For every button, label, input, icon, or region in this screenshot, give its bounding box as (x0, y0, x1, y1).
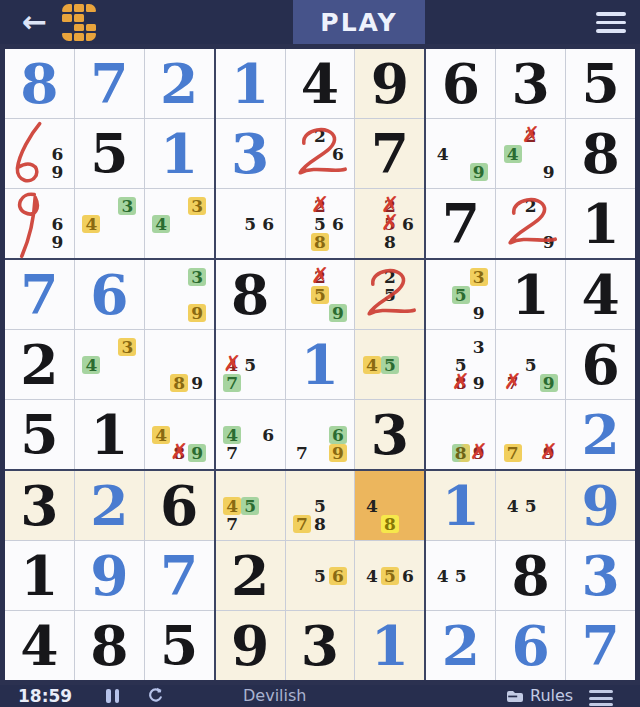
note-9: 9 (188, 374, 206, 392)
cell-r8c7[interactable]: 45 (426, 541, 495, 610)
cell-r1c8[interactable]: 3 (496, 49, 565, 118)
pencil-notes: 249 (504, 127, 558, 181)
cell-r2c6[interactable]: 7 (355, 119, 424, 188)
cell-r5c1[interactable]: 2 (5, 330, 74, 399)
pencil-notes: 89 (152, 338, 206, 392)
note-5-highlighted: 5 (381, 567, 399, 585)
cell-r4c4[interactable]: 8 (216, 260, 285, 329)
back-arrow-icon[interactable]: ← (22, 3, 47, 41)
note-4-highlighted: 4 (82, 215, 100, 233)
note-3-highlighted: 3 (470, 268, 488, 286)
block-9: 14594583267 (426, 471, 635, 680)
user-digit: 7 (581, 618, 619, 673)
cell-r3c5[interactable]: 2568 (286, 189, 355, 258)
note-4-highlighted: 4 (223, 426, 241, 444)
cell-r2c2[interactable]: 5 (75, 119, 144, 188)
cell-r3c8[interactable]: 29 (496, 189, 565, 258)
note-4-highlighted: 4 (152, 215, 170, 233)
cell-r5c5[interactable]: 1 (286, 330, 355, 399)
note-5: 5 (311, 497, 329, 515)
note-9-crossed: 9 (540, 444, 558, 462)
pencil-notes: 467 (223, 408, 277, 462)
cell-r2c9[interactable]: 8 (566, 119, 635, 188)
cell-r7c8[interactable]: 45 (496, 471, 565, 540)
pencil-notes: 3589 (434, 338, 488, 392)
pencil-notes: 579 (504, 338, 558, 392)
cell-r9c7[interactable]: 2 (426, 611, 495, 680)
user-digit: 7 (90, 56, 128, 111)
cell-r5c6[interactable]: 45 (355, 330, 424, 399)
note-9: 9 (470, 304, 488, 322)
pencil-notes: 456 (363, 549, 417, 603)
cell-r8c8[interactable]: 8 (496, 541, 565, 610)
given-digit: 1 (512, 267, 550, 322)
note-5: 5 (381, 286, 399, 304)
note-8-highlighted: 8 (381, 515, 399, 533)
pencil-notes: 49 (434, 127, 488, 181)
block-3: 6354924987291 (426, 49, 635, 258)
note-5-highlighted: 5 (311, 286, 329, 304)
pencil-notes: 26 (293, 127, 347, 181)
note-3-highlighted: 3 (188, 268, 206, 286)
note-9-highlighted: 9 (470, 163, 488, 181)
note-7-highlighted: 7 (504, 444, 522, 462)
cell-r7c4[interactable]: 457 (216, 471, 285, 540)
cell-r4c2[interactable]: 6 (75, 260, 144, 329)
note-8-highlighted: 8 (311, 233, 329, 251)
cell-r5c7[interactable]: 3589 (426, 330, 495, 399)
pencil-notes: 259 (293, 268, 347, 322)
note-2-crossed: 2 (522, 127, 540, 145)
cell-r4c9[interactable]: 4 (566, 260, 635, 329)
note-5: 5 (522, 356, 540, 374)
given-digit: 9 (371, 56, 409, 111)
note-9: 9 (48, 233, 66, 251)
cell-r1c5[interactable]: 4 (286, 49, 355, 118)
given-digit: 9 (231, 618, 269, 673)
given-digit: 4 (20, 618, 58, 673)
given-digit: 7 (371, 126, 409, 181)
user-digit: 9 (90, 548, 128, 603)
given-digit: 5 (20, 407, 58, 462)
note-2: 2 (522, 197, 540, 215)
given-digit: 8 (581, 126, 619, 181)
pencil-notes: 2568 (293, 197, 347, 251)
user-digit: 1 (442, 478, 480, 533)
pencil-notes: 79 (504, 408, 558, 462)
cell-r9c6[interactable]: 1 (355, 611, 424, 680)
tab-play-label: PLAY (320, 8, 397, 37)
note-8-crossed: 8 (170, 444, 188, 462)
pencil-notes: 489 (152, 408, 206, 462)
note-9: 9 (470, 374, 488, 392)
given-digit: 5 (581, 56, 619, 111)
restart-icon[interactable] (146, 687, 164, 705)
given-digit: 3 (301, 618, 339, 673)
timer: 18:59 (18, 686, 72, 706)
cell-r6c4[interactable]: 467 (216, 400, 285, 469)
pencil-notes: 69 (12, 197, 66, 251)
note-3-highlighted: 3 (188, 197, 206, 215)
cell-r3c6[interactable]: 2568 (355, 189, 424, 258)
app-logo-icon[interactable] (62, 4, 96, 41)
note-3-highlighted: 3 (118, 338, 136, 356)
user-digit: 2 (581, 407, 619, 462)
block-4: 76392348951489 (5, 260, 214, 469)
note-8-crossed: 8 (452, 374, 470, 392)
cell-r7c2[interactable]: 2 (75, 471, 144, 540)
cell-r9c5[interactable]: 3 (286, 611, 355, 680)
cell-r4c8[interactable]: 1 (496, 260, 565, 329)
pencil-notes: 25 (363, 268, 417, 322)
cell-r6c9[interactable]: 2 (566, 400, 635, 469)
note-5: 5 (452, 567, 470, 585)
pencil-notes: 457 (223, 479, 277, 533)
cell-r9c8[interactable]: 6 (496, 611, 565, 680)
note-4-highlighted: 4 (152, 426, 170, 444)
cell-r6c6[interactable]: 3 (355, 400, 424, 469)
note-3: 3 (470, 338, 488, 356)
cell-r2c5[interactable]: 26 (286, 119, 355, 188)
given-digit: 3 (512, 56, 550, 111)
given-digit: 4 (301, 56, 339, 111)
cell-r2c8[interactable]: 249 (496, 119, 565, 188)
cell-r5c4[interactable]: 457 (216, 330, 285, 399)
note-9-highlighted: 9 (188, 444, 206, 462)
note-6: 6 (259, 215, 277, 233)
pencil-notes: 578 (293, 479, 347, 533)
given-digit: 4 (581, 267, 619, 322)
note-6: 6 (48, 215, 66, 233)
cell-r4c3[interactable]: 39 (145, 260, 214, 329)
note-7: 7 (223, 444, 241, 462)
user-digit: 1 (371, 618, 409, 673)
note-5: 5 (311, 215, 329, 233)
note-6: 6 (399, 567, 417, 585)
cell-r3c4[interactable]: 56 (216, 189, 285, 258)
cell-r3c3[interactable]: 34 (145, 189, 214, 258)
given-digit: 3 (20, 478, 58, 533)
cell-r5c3[interactable]: 89 (145, 330, 214, 399)
cell-r3c1[interactable]: 69 (5, 189, 74, 258)
note-2-crossed: 2 (311, 268, 329, 286)
note-4: 4 (363, 567, 381, 585)
note-5-highlighted: 5 (381, 356, 399, 374)
user-digit: 8 (20, 56, 58, 111)
cell-r9c3[interactable]: 5 (145, 611, 214, 680)
note-6: 6 (329, 215, 347, 233)
cell-r4c6[interactable]: 25 (355, 260, 424, 329)
note-6: 6 (48, 145, 66, 163)
given-digit: 8 (512, 548, 550, 603)
cell-r9c2[interactable]: 8 (75, 611, 144, 680)
note-5: 5 (522, 497, 540, 515)
note-2-crossed: 2 (311, 197, 329, 215)
cell-r8c2[interactable]: 9 (75, 541, 144, 610)
cell-r2c3[interactable]: 1 (145, 119, 214, 188)
pencil-notes: 457 (223, 338, 277, 392)
cell-r6c7[interactable]: 89 (426, 400, 495, 469)
note-9: 9 (540, 163, 558, 181)
cell-r8c5[interactable]: 56 (286, 541, 355, 610)
sudoku-board: 8726951693434149326756256825686354924987… (0, 44, 640, 685)
note-7: 7 (293, 444, 311, 462)
pencil-notes: 56 (293, 549, 347, 603)
given-digit: 8 (231, 267, 269, 322)
pencil-notes: 679 (293, 408, 347, 462)
note-5: 5 (241, 356, 259, 374)
given-digit: 5 (90, 126, 128, 181)
pencil-notes: 45 (363, 338, 417, 392)
note-6: 6 (329, 145, 347, 163)
note-4-highlighted: 4 (504, 145, 522, 163)
note-5-highlighted: 5 (452, 286, 470, 304)
user-digit: 7 (20, 267, 58, 322)
cell-r2c4[interactable]: 3 (216, 119, 285, 188)
block-5: 8259254571454676793 (216, 260, 425, 469)
note-6-highlighted: 6 (329, 567, 347, 585)
cell-r7c5[interactable]: 578 (286, 471, 355, 540)
cell-r1c9[interactable]: 5 (566, 49, 635, 118)
cell-r3c9[interactable]: 1 (566, 189, 635, 258)
note-9-crossed: 9 (470, 444, 488, 462)
cell-r2c7[interactable]: 49 (426, 119, 495, 188)
cell-r6c2[interactable]: 1 (75, 400, 144, 469)
note-6: 6 (399, 215, 417, 233)
given-digit: 1 (90, 407, 128, 462)
note-6: 6 (259, 426, 277, 444)
tab-play[interactable]: PLAY (293, 0, 425, 44)
pencil-notes: 359 (434, 268, 488, 322)
cell-r6c3[interactable]: 489 (145, 400, 214, 469)
given-digit: 1 (20, 548, 58, 603)
given-digit: 6 (160, 478, 198, 533)
cell-r5c2[interactable]: 34 (75, 330, 144, 399)
user-digit: 2 (160, 56, 198, 111)
given-digit: 2 (231, 548, 269, 603)
top-bar: ← PLAY (0, 0, 640, 44)
pencil-notes: 56 (223, 197, 277, 251)
note-5-crossed: 5 (381, 215, 399, 233)
pencil-notes: 34 (82, 197, 136, 251)
cell-r4c7[interactable]: 359 (426, 260, 495, 329)
note-7-highlighted: 7 (293, 515, 311, 533)
note-9: 9 (540, 233, 558, 251)
given-digit: 6 (581, 337, 619, 392)
note-4: 4 (434, 567, 452, 585)
note-4: 4 (504, 497, 522, 515)
note-7-crossed: 7 (504, 374, 522, 392)
note-4: 4 (434, 145, 452, 163)
pencil-notes: 29 (504, 197, 558, 251)
rules-book-icon (506, 689, 524, 704)
note-8: 8 (311, 515, 329, 533)
note-5: 5 (241, 215, 259, 233)
cell-r9c9[interactable]: 7 (566, 611, 635, 680)
user-digit: 3 (581, 548, 619, 603)
cell-r3c2[interactable]: 34 (75, 189, 144, 258)
cell-r1c2[interactable]: 7 (75, 49, 144, 118)
pencil-notes: 69 (12, 127, 66, 181)
cell-r7c6[interactable]: 48 (355, 471, 424, 540)
cell-r5c8[interactable]: 579 (496, 330, 565, 399)
cell-r8c9[interactable]: 3 (566, 541, 635, 610)
note-4-highlighted: 4 (363, 356, 381, 374)
note-7: 7 (223, 515, 241, 533)
user-digit: 3 (231, 126, 269, 181)
cell-r2c1[interactable]: 69 (5, 119, 74, 188)
pencil-notes: 34 (152, 197, 206, 251)
note-8-highlighted: 8 (170, 374, 188, 392)
menu-icon[interactable] (596, 12, 626, 33)
cell-r7c1[interactable]: 3 (5, 471, 74, 540)
cell-r7c3[interactable]: 6 (145, 471, 214, 540)
note-5: 5 (311, 567, 329, 585)
given-digit: 3 (371, 407, 409, 462)
cell-r4c1[interactable]: 7 (5, 260, 74, 329)
cell-r1c6[interactable]: 9 (355, 49, 424, 118)
note-8: 8 (381, 233, 399, 251)
given-digit: 2 (20, 337, 58, 392)
cell-r1c4[interactable]: 1 (216, 49, 285, 118)
user-digit: 7 (160, 548, 198, 603)
rules-label: Rules (530, 686, 573, 706)
note-4: 4 (363, 497, 381, 515)
pencil-notes: 39 (152, 268, 206, 322)
note-2: 2 (311, 127, 329, 145)
cell-r8c1[interactable]: 1 (5, 541, 74, 610)
block-6: 359143589579689792 (426, 260, 635, 469)
cell-r1c7[interactable]: 6 (426, 49, 495, 118)
note-4-highlighted: 4 (82, 356, 100, 374)
user-digit: 6 (90, 267, 128, 322)
cell-r8c4[interactable]: 2 (216, 541, 285, 610)
cell-r9c1[interactable]: 4 (5, 611, 74, 680)
note-9-highlighted: 9 (540, 374, 558, 392)
pencil-notes: 2568 (363, 197, 417, 251)
pencil-notes: 48 (363, 479, 417, 533)
note-5-highlighted: 5 (241, 497, 259, 515)
note-6-highlighted: 6 (329, 426, 347, 444)
cell-r9c4[interactable]: 9 (216, 611, 285, 680)
cell-r3c7[interactable]: 7 (426, 189, 495, 258)
rules-button[interactable]: Rules (506, 686, 573, 706)
block-1: 8726951693434 (5, 49, 214, 258)
user-digit: 9 (581, 478, 619, 533)
pause-icon[interactable] (106, 689, 119, 703)
pencil-notes: 45 (434, 549, 488, 603)
block-7: 326197485 (5, 471, 214, 680)
cell-r1c3[interactable]: 2 (145, 49, 214, 118)
cell-r8c6[interactable]: 456 (355, 541, 424, 610)
user-digit: 1 (301, 337, 339, 392)
given-digit: 5 (160, 618, 198, 673)
cell-r1c1[interactable]: 8 (5, 49, 74, 118)
cell-r7c9[interactable]: 9 (566, 471, 635, 540)
pencil-notes: 45 (504, 479, 558, 533)
cell-r6c5[interactable]: 679 (286, 400, 355, 469)
note-9: 9 (48, 163, 66, 181)
bottom-bar: 18:59 Devilish Rules (0, 685, 640, 707)
difficulty-label: Devilish (243, 686, 306, 706)
given-digit: 1 (581, 196, 619, 251)
block-2: 14932675625682568 (216, 49, 425, 258)
note-9-highlighted: 9 (329, 444, 347, 462)
note-4-crossed: 4 (223, 356, 241, 374)
pencil-notes: 89 (434, 408, 488, 462)
user-digit: 1 (160, 126, 198, 181)
given-digit: 6 (442, 56, 480, 111)
note-8-highlighted: 8 (452, 444, 470, 462)
pencil-notes: 34 (82, 338, 136, 392)
note-3-highlighted: 3 (118, 197, 136, 215)
note-7-highlighted: 7 (223, 374, 241, 392)
user-digit: 6 (512, 618, 550, 673)
cell-r4c5[interactable]: 259 (286, 260, 355, 329)
cell-r8c3[interactable]: 7 (145, 541, 214, 610)
note-4-highlighted: 4 (223, 497, 241, 515)
bottom-menu-icon[interactable] (589, 690, 613, 706)
cell-r6c8[interactable]: 79 (496, 400, 565, 469)
note-9-highlighted: 9 (188, 304, 206, 322)
given-digit: 8 (90, 618, 128, 673)
user-digit: 2 (90, 478, 128, 533)
block-8: 45757848256456931 (216, 471, 425, 680)
cell-r7c7[interactable]: 1 (426, 471, 495, 540)
given-digit: 7 (442, 196, 480, 251)
note-9-highlighted: 9 (329, 304, 347, 322)
user-digit: 2 (442, 618, 480, 673)
cell-r6c1[interactable]: 5 (5, 400, 74, 469)
note-2: 2 (381, 268, 399, 286)
cell-r5c9[interactable]: 6 (566, 330, 635, 399)
user-digit: 1 (231, 56, 269, 111)
